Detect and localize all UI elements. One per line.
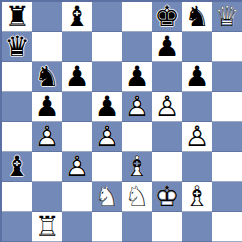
piece-black-pawn[interactable]: ♟ — [62, 62, 92, 92]
square-c8[interactable]: ♝ — [62, 2, 92, 32]
chess-board: ♜♝♚♞♛♕♛♟♞♟♟♟♟♟♟♙♟♙♟♙♟♙♟♙♝♟♙♝♗♞♘♞♘♚♔♝♗♜♖ — [0, 0, 242, 242]
square-e6[interactable]: ♟ — [122, 62, 152, 92]
piece-white-pawn[interactable]: ♟♙ — [152, 92, 182, 122]
piece-black-knight[interactable]: ♞ — [182, 2, 212, 32]
square-g7[interactable] — [182, 32, 212, 62]
piece-glyph: ♝ — [2, 152, 32, 182]
square-b7[interactable] — [32, 32, 62, 62]
piece-glyph: ♟ — [92, 92, 122, 122]
square-g8[interactable]: ♞ — [182, 2, 212, 32]
square-f2[interactable]: ♚♔ — [152, 182, 182, 212]
piece-white-pawn[interactable]: ♟♙ — [122, 92, 152, 122]
square-d4[interactable]: ♟♙ — [92, 122, 122, 152]
piece-black-pawn[interactable]: ♟ — [152, 32, 182, 62]
square-a2[interactable] — [2, 182, 32, 212]
square-b6[interactable]: ♞ — [32, 62, 62, 92]
piece-outline-glyph: ♙ — [62, 152, 92, 182]
square-b4[interactable]: ♟♙ — [32, 122, 62, 152]
square-f3[interactable] — [152, 152, 182, 182]
square-d3[interactable] — [92, 152, 122, 182]
square-g2[interactable]: ♝♗ — [182, 182, 212, 212]
square-b5[interactable]: ♟ — [32, 92, 62, 122]
square-f5[interactable]: ♟♙ — [152, 92, 182, 122]
square-g3[interactable] — [182, 152, 212, 182]
piece-white-knight[interactable]: ♞♘ — [92, 182, 122, 212]
piece-white-pawn[interactable]: ♟♙ — [32, 122, 62, 152]
piece-white-queen[interactable]: ♛♕ — [212, 2, 242, 32]
square-a8[interactable]: ♜ — [2, 2, 32, 32]
square-a7[interactable]: ♛ — [2, 32, 32, 62]
square-f1[interactable] — [152, 212, 182, 242]
square-c6[interactable]: ♟ — [62, 62, 92, 92]
piece-outline-glyph: ♙ — [152, 92, 182, 122]
square-c5[interactable] — [62, 92, 92, 122]
piece-glyph: ♝ — [62, 2, 92, 32]
square-e8[interactable] — [122, 2, 152, 32]
piece-white-pawn[interactable]: ♟♙ — [182, 122, 212, 152]
square-d8[interactable] — [92, 2, 122, 32]
square-d6[interactable] — [92, 62, 122, 92]
square-a3[interactable]: ♝ — [2, 152, 32, 182]
square-c7[interactable] — [62, 32, 92, 62]
square-c1[interactable] — [62, 212, 92, 242]
square-g1[interactable] — [182, 212, 212, 242]
piece-outline-glyph: ♖ — [32, 212, 62, 242]
square-a6[interactable] — [2, 62, 32, 92]
piece-glyph: ♜ — [2, 2, 32, 32]
piece-white-pawn[interactable]: ♟♙ — [92, 122, 122, 152]
piece-white-king[interactable]: ♚♔ — [152, 182, 182, 212]
piece-outline-glyph: ♙ — [182, 122, 212, 152]
square-h7[interactable] — [212, 32, 242, 62]
piece-outline-glyph: ♘ — [92, 182, 122, 212]
piece-glyph: ♟ — [152, 32, 182, 62]
piece-glyph: ♟ — [182, 62, 212, 92]
square-e3[interactable]: ♝♗ — [122, 152, 152, 182]
square-d5[interactable]: ♟ — [92, 92, 122, 122]
piece-white-bishop[interactable]: ♝♗ — [122, 152, 152, 182]
piece-outline-glyph: ♗ — [182, 182, 212, 212]
square-e5[interactable]: ♟♙ — [122, 92, 152, 122]
square-f7[interactable]: ♟ — [152, 32, 182, 62]
piece-black-rook[interactable]: ♜ — [2, 2, 32, 32]
piece-outline-glyph: ♗ — [122, 152, 152, 182]
square-h3[interactable] — [212, 152, 242, 182]
piece-white-rook[interactable]: ♜♖ — [32, 212, 62, 242]
square-a5[interactable] — [2, 92, 32, 122]
square-e4[interactable] — [122, 122, 152, 152]
piece-black-pawn[interactable]: ♟ — [92, 92, 122, 122]
square-h1[interactable] — [212, 212, 242, 242]
piece-white-knight[interactable]: ♞♘ — [122, 182, 152, 212]
square-d2[interactable]: ♞♘ — [92, 182, 122, 212]
square-b8[interactable] — [32, 2, 62, 32]
square-e1[interactable] — [122, 212, 152, 242]
piece-outline-glyph: ♕ — [212, 2, 242, 32]
square-h2[interactable] — [212, 182, 242, 212]
piece-black-queen[interactable]: ♛ — [2, 32, 32, 62]
square-d1[interactable] — [92, 212, 122, 242]
square-g4[interactable]: ♟♙ — [182, 122, 212, 152]
square-b2[interactable] — [32, 182, 62, 212]
piece-glyph: ♛ — [2, 32, 32, 62]
square-a4[interactable] — [2, 122, 32, 152]
square-h8[interactable]: ♛♕ — [212, 2, 242, 32]
square-g5[interactable] — [182, 92, 212, 122]
square-h5[interactable] — [212, 92, 242, 122]
square-c2[interactable] — [62, 182, 92, 212]
square-f4[interactable] — [152, 122, 182, 152]
piece-glyph: ♞ — [182, 2, 212, 32]
square-e7[interactable] — [122, 32, 152, 62]
piece-glyph: ♟ — [62, 62, 92, 92]
square-e2[interactable]: ♞♘ — [122, 182, 152, 212]
piece-black-pawn[interactable]: ♟ — [182, 62, 212, 92]
square-c3[interactable]: ♟♙ — [62, 152, 92, 182]
piece-black-knight[interactable]: ♞ — [32, 62, 62, 92]
piece-outline-glyph: ♘ — [122, 182, 152, 212]
piece-outline-glyph: ♙ — [92, 122, 122, 152]
piece-glyph: ♟ — [32, 92, 62, 122]
piece-glyph: ♚ — [152, 2, 182, 32]
piece-outline-glyph: ♔ — [152, 182, 182, 212]
square-b1[interactable]: ♜♖ — [32, 212, 62, 242]
square-f8[interactable]: ♚ — [152, 2, 182, 32]
piece-black-pawn[interactable]: ♟ — [122, 62, 152, 92]
piece-white-bishop[interactable]: ♝♗ — [182, 182, 212, 212]
piece-outline-glyph: ♙ — [122, 92, 152, 122]
square-g6[interactable]: ♟ — [182, 62, 212, 92]
square-a1[interactable] — [2, 212, 32, 242]
piece-black-bishop[interactable]: ♝ — [62, 2, 92, 32]
square-d7[interactable] — [92, 32, 122, 62]
piece-black-pawn[interactable]: ♟ — [32, 92, 62, 122]
square-h6[interactable] — [212, 62, 242, 92]
square-f6[interactable] — [152, 62, 182, 92]
square-c4[interactable] — [62, 122, 92, 152]
piece-glyph: ♞ — [32, 62, 62, 92]
square-h4[interactable] — [212, 122, 242, 152]
piece-black-king[interactable]: ♚ — [152, 2, 182, 32]
piece-outline-glyph: ♙ — [32, 122, 62, 152]
piece-black-bishop[interactable]: ♝ — [2, 152, 32, 182]
square-b3[interactable] — [32, 152, 62, 182]
piece-glyph: ♟ — [122, 62, 152, 92]
piece-white-pawn[interactable]: ♟♙ — [62, 152, 92, 182]
